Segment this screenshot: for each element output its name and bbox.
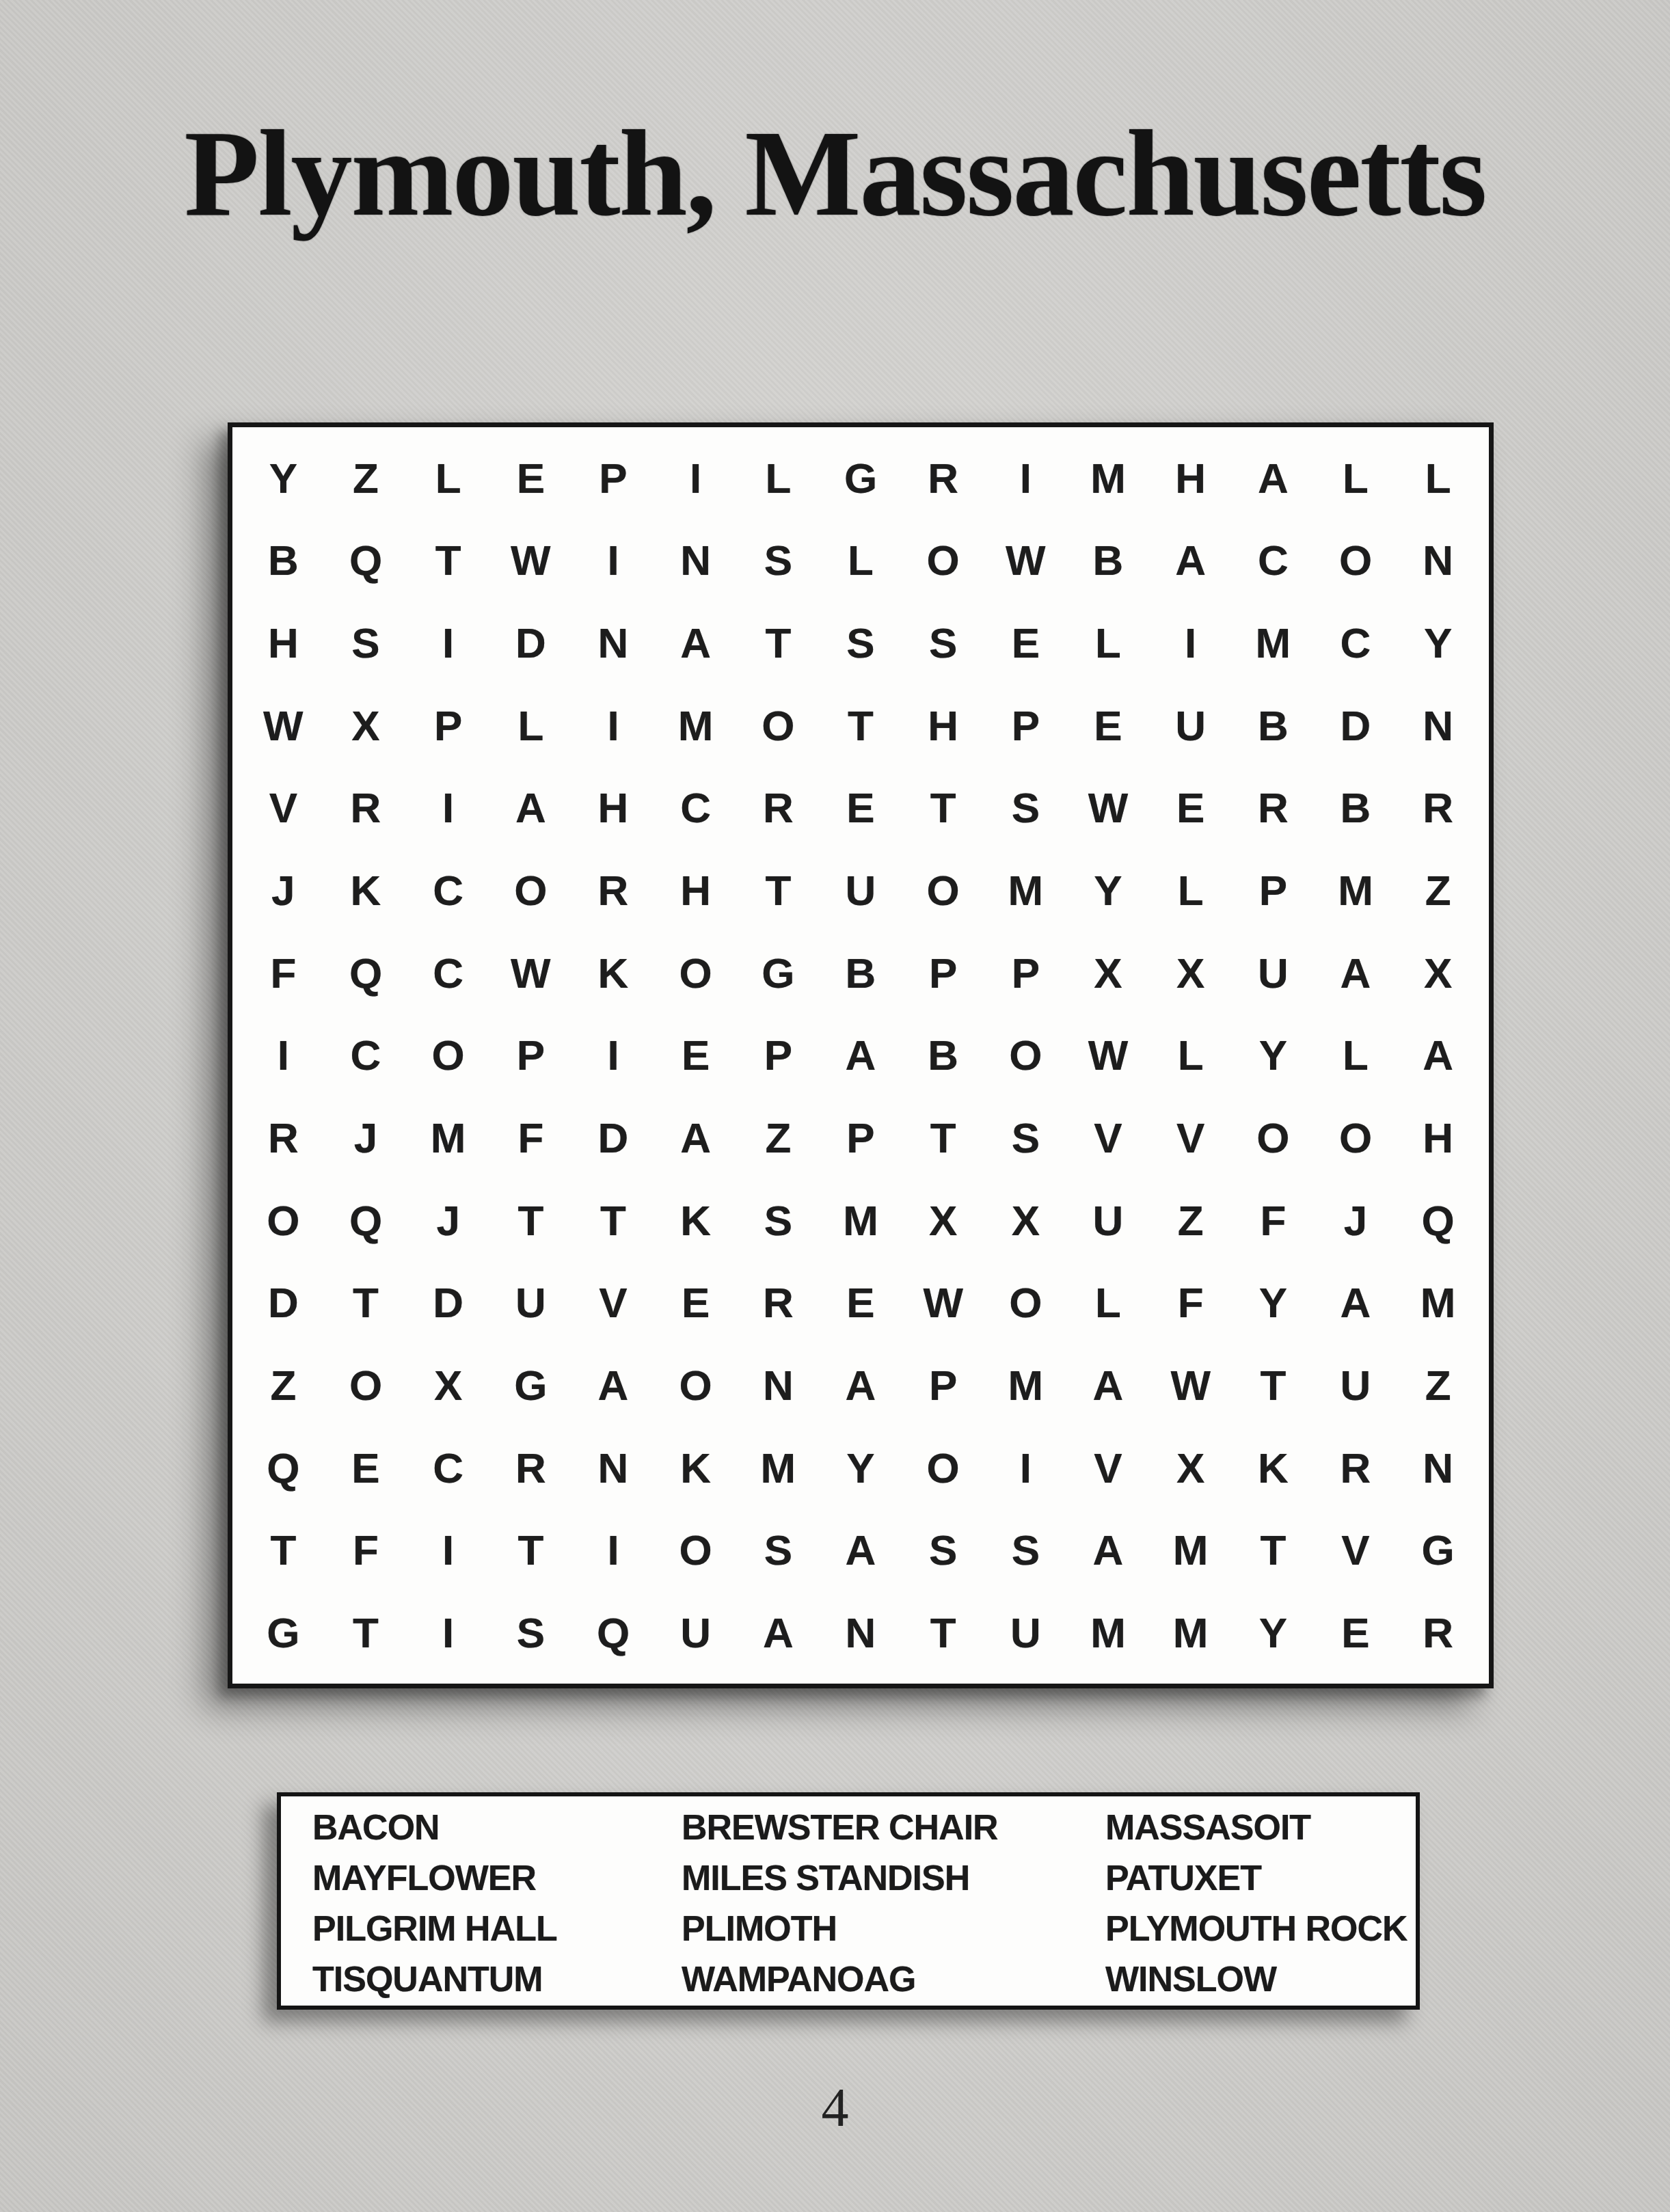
grid-cell: S xyxy=(902,602,984,684)
grid-cell: Y xyxy=(820,1427,902,1509)
grid-cell: R xyxy=(737,1262,820,1345)
grid-cell: I xyxy=(242,1014,325,1097)
grid-cell: V xyxy=(1315,1509,1397,1592)
grid-cell: V xyxy=(572,1262,655,1345)
grid-cell: U xyxy=(1232,932,1315,1014)
grid-cell: T xyxy=(325,1262,407,1345)
grid-cell: P xyxy=(572,437,655,520)
grid-cell: Y xyxy=(1232,1591,1315,1674)
grid-cell: N xyxy=(572,602,655,684)
grid-cell: F xyxy=(242,932,325,1014)
grid-cell: O xyxy=(902,520,984,602)
grid-cell: Z xyxy=(1397,849,1479,932)
grid-cell: O xyxy=(242,1179,325,1262)
grid-cell: W xyxy=(1067,767,1150,850)
grid-cell: K xyxy=(654,1179,737,1262)
grid-cell: U xyxy=(489,1262,572,1345)
grid-cell: M xyxy=(984,1344,1067,1427)
grid-cell: R xyxy=(737,767,820,850)
word-list-item: BREWSTER CHAIR xyxy=(682,1802,1105,1852)
grid-cell: F xyxy=(325,1509,407,1592)
word-list-column: BREWSTER CHAIRMILES STANDISHPLIMOTHWAMPA… xyxy=(682,1802,1105,2006)
grid-cell: E xyxy=(1149,767,1232,850)
grid-cell: O xyxy=(902,1427,984,1509)
grid-cell: B xyxy=(902,1014,984,1097)
grid-cell: T xyxy=(325,1591,407,1674)
grid-cell: U xyxy=(1067,1179,1150,1262)
grid-cell: W xyxy=(984,520,1067,602)
grid-cell: C xyxy=(1315,602,1397,684)
grid-cell: O xyxy=(654,932,737,1014)
grid-cell: U xyxy=(984,1591,1067,1674)
grid-cell: L xyxy=(1315,437,1397,520)
grid-cell: K xyxy=(1232,1427,1315,1509)
grid-cell: X xyxy=(984,1179,1067,1262)
grid-cell: A xyxy=(737,1591,820,1674)
grid-cell: S xyxy=(737,1509,820,1592)
grid-cell: C xyxy=(654,767,737,850)
grid-cell: A xyxy=(1067,1509,1150,1592)
grid-cell: T xyxy=(737,602,820,684)
grid-cell: O xyxy=(489,849,572,932)
grid-cell: P xyxy=(820,1096,902,1179)
grid-cell: S xyxy=(325,602,407,684)
grid-cell: N xyxy=(737,1344,820,1427)
page-number: 4 xyxy=(0,2077,1670,2139)
grid-cell: O xyxy=(984,1262,1067,1345)
grid-cell: A xyxy=(654,602,737,684)
grid-cell: T xyxy=(1232,1344,1315,1427)
grid-cell: D xyxy=(242,1262,325,1345)
grid-cell: X xyxy=(407,1344,489,1427)
grid-cell: R xyxy=(489,1427,572,1509)
grid-cell: V xyxy=(242,767,325,850)
grid-cell: P xyxy=(902,1344,984,1427)
grid-cell: T xyxy=(1232,1509,1315,1592)
grid-cell: Y xyxy=(242,437,325,520)
grid-cell: V xyxy=(1149,1096,1232,1179)
grid-cell: C xyxy=(407,849,489,932)
grid-cell: U xyxy=(1315,1344,1397,1427)
grid-cell: X xyxy=(1149,1427,1232,1509)
grid-cell: G xyxy=(1397,1509,1479,1592)
grid-cell: W xyxy=(489,520,572,602)
grid-cell: I xyxy=(1149,602,1232,684)
grid-cell: Y xyxy=(1232,1262,1315,1345)
grid-cell: I xyxy=(407,767,489,850)
grid-cell: C xyxy=(325,1014,407,1097)
grid-cell: N xyxy=(1397,520,1479,602)
grid-cell: A xyxy=(1149,520,1232,602)
grid-cell: P xyxy=(902,932,984,1014)
grid-cell: R xyxy=(1232,767,1315,850)
grid-cell: G xyxy=(242,1591,325,1674)
grid-cell: W xyxy=(1149,1344,1232,1427)
grid-cell: I xyxy=(572,1014,655,1097)
grid-cell: E xyxy=(820,1262,902,1345)
grid-cell: T xyxy=(902,1591,984,1674)
grid-cell: M xyxy=(1315,849,1397,932)
grid-cell: Z xyxy=(737,1096,820,1179)
grid-cell: S xyxy=(902,1509,984,1592)
grid-cell: T xyxy=(489,1179,572,1262)
grid-cell: P xyxy=(737,1014,820,1097)
grid-cell: E xyxy=(984,602,1067,684)
grid-cell: R xyxy=(902,437,984,520)
grid-cell: N xyxy=(572,1427,655,1509)
grid-cell: T xyxy=(242,1509,325,1592)
word-list-item: PATUXET xyxy=(1105,1852,1416,1903)
grid-cell: J xyxy=(407,1179,489,1262)
word-list-item: TISQUANTUM xyxy=(312,1954,682,2004)
grid-cell: T xyxy=(902,767,984,850)
grid-cell: D xyxy=(572,1096,655,1179)
grid-cell: Q xyxy=(325,1179,407,1262)
grid-cell: S xyxy=(984,1096,1067,1179)
grid-cell: T xyxy=(902,1096,984,1179)
grid-cell: L xyxy=(489,684,572,767)
grid-cell: Q xyxy=(242,1427,325,1509)
grid-cell: Z xyxy=(1149,1179,1232,1262)
grid-cell: R xyxy=(572,849,655,932)
grid-cell: U xyxy=(654,1591,737,1674)
grid-cell: X xyxy=(1397,932,1479,1014)
grid-cell: P xyxy=(407,684,489,767)
grid-cell: A xyxy=(654,1096,737,1179)
word-list-item: WINSLOW xyxy=(1105,1954,1416,2004)
grid-cell: F xyxy=(489,1096,572,1179)
grid-cell: E xyxy=(325,1427,407,1509)
grid-cell: E xyxy=(654,1262,737,1345)
grid-cell: T xyxy=(572,1179,655,1262)
grid-cell: O xyxy=(325,1344,407,1427)
grid-cell: A xyxy=(489,767,572,850)
grid-cell: D xyxy=(407,1262,489,1345)
grid-cell: O xyxy=(737,684,820,767)
grid-cell: G xyxy=(737,932,820,1014)
grid-cell: U xyxy=(820,849,902,932)
grid-cell: N xyxy=(820,1591,902,1674)
grid-cell: O xyxy=(407,1014,489,1097)
grid-cell: F xyxy=(1232,1179,1315,1262)
grid-cell: Q xyxy=(1397,1179,1479,1262)
word-list-item: BACON xyxy=(312,1802,682,1852)
grid-cell: X xyxy=(325,684,407,767)
grid-cell: M xyxy=(1067,1591,1150,1674)
grid-cell: R xyxy=(1397,767,1479,850)
grid-cell: A xyxy=(1315,1262,1397,1345)
grid-cell: S xyxy=(820,602,902,684)
grid-cell: N xyxy=(1397,684,1479,767)
grid-cell: F xyxy=(1149,1262,1232,1345)
grid-cell: L xyxy=(1149,849,1232,932)
grid-cell: I xyxy=(654,437,737,520)
grid-cell: Y xyxy=(1397,602,1479,684)
word-list-item: PLYMOUTH ROCK xyxy=(1105,1903,1416,1954)
puzzle-title: Plymouth, Massachusetts xyxy=(0,103,1670,244)
grid-cell: I xyxy=(984,437,1067,520)
grid-cell: I xyxy=(407,602,489,684)
grid-cell: S xyxy=(737,1179,820,1262)
grid-cell: S xyxy=(984,767,1067,850)
word-list: BACONMAYFLOWERPILGRIM HALLTISQUANTUMBREW… xyxy=(277,1792,1420,2010)
grid-cell: J xyxy=(1315,1179,1397,1262)
grid-cell: L xyxy=(407,437,489,520)
grid-cell: E xyxy=(820,767,902,850)
grid-cell: X xyxy=(902,1179,984,1262)
grid-cell: T xyxy=(737,849,820,932)
grid-cell: E xyxy=(654,1014,737,1097)
grid-cell: B xyxy=(242,520,325,602)
grid-cell: X xyxy=(1067,932,1150,1014)
grid-cell: M xyxy=(1149,1509,1232,1592)
grid-cell: Y xyxy=(1067,849,1150,932)
word-list-column: MASSASOITPATUXETPLYMOUTH ROCKWINSLOW xyxy=(1105,1802,1416,2006)
grid-cell: B xyxy=(1232,684,1315,767)
grid-cell: K xyxy=(654,1427,737,1509)
grid-cell: H xyxy=(242,602,325,684)
grid-cell: M xyxy=(820,1179,902,1262)
grid-cell: O xyxy=(1232,1096,1315,1179)
grid-cell: D xyxy=(1315,684,1397,767)
grid-cell: B xyxy=(1315,767,1397,850)
grid-cell: H xyxy=(902,684,984,767)
grid-cell: C xyxy=(407,932,489,1014)
grid-cell: J xyxy=(325,1096,407,1179)
grid-cell: M xyxy=(1067,437,1150,520)
grid-cell: T xyxy=(820,684,902,767)
grid-cell: S xyxy=(489,1591,572,1674)
grid-cell: A xyxy=(820,1509,902,1592)
grid-cell: T xyxy=(489,1509,572,1592)
grid-cell: M xyxy=(1232,602,1315,684)
grid-cell: L xyxy=(1149,1014,1232,1097)
grid-cell: K xyxy=(325,849,407,932)
grid-cell: L xyxy=(1397,437,1479,520)
grid-cell: A xyxy=(1232,437,1315,520)
grid-cell: L xyxy=(737,437,820,520)
word-list-item: PLIMOTH xyxy=(682,1903,1105,1954)
grid-cell: I xyxy=(572,1509,655,1592)
grid-cell: A xyxy=(572,1344,655,1427)
grid-cell: H xyxy=(1149,437,1232,520)
grid-cell: O xyxy=(902,849,984,932)
grid-cell: W xyxy=(902,1262,984,1345)
grid-cell: W xyxy=(489,932,572,1014)
grid-cell: A xyxy=(820,1344,902,1427)
grid-cell: Q xyxy=(572,1591,655,1674)
grid-cell: Q xyxy=(325,932,407,1014)
grid-cell: E xyxy=(1067,684,1150,767)
grid-cell: X xyxy=(1149,932,1232,1014)
grid-cell: G xyxy=(820,437,902,520)
grid-cell: M xyxy=(407,1096,489,1179)
grid-cell: M xyxy=(737,1427,820,1509)
grid-cell: R xyxy=(325,767,407,850)
grid-cell: K xyxy=(572,932,655,1014)
scanned-puzzle-page: Plymouth, Massachusetts YZLEPILGRIMHALLB… xyxy=(0,0,1670,2212)
grid-cell: A xyxy=(820,1014,902,1097)
grid-cell: W xyxy=(1067,1014,1150,1097)
grid-cell: H xyxy=(572,767,655,850)
grid-cell: V xyxy=(1067,1096,1150,1179)
grid-cell: Z xyxy=(242,1344,325,1427)
grid-cell: M xyxy=(1397,1262,1479,1345)
grid-cell: T xyxy=(407,520,489,602)
grid-cell: L xyxy=(1067,602,1150,684)
word-list-item: MILES STANDISH xyxy=(682,1852,1105,1903)
grid-cell: Q xyxy=(325,520,407,602)
grid-cell: P xyxy=(984,932,1067,1014)
grid-cell: U xyxy=(1149,684,1232,767)
word-search-grid: YZLEPILGRIMHALLBQTWINSLOWBACONHSIDNATSSE… xyxy=(228,422,1494,1688)
grid-cell: P xyxy=(1232,849,1315,932)
grid-cell: L xyxy=(1067,1262,1150,1345)
grid-cell: B xyxy=(820,932,902,1014)
grid-cell: I xyxy=(407,1509,489,1592)
word-list-item: MAYFLOWER xyxy=(312,1852,682,1903)
grid-cell: S xyxy=(984,1509,1067,1592)
grid-cell: M xyxy=(984,849,1067,932)
grid-cell: Z xyxy=(1397,1344,1479,1427)
grid-cell: O xyxy=(1315,1096,1397,1179)
grid-cell: Y xyxy=(1232,1014,1315,1097)
word-list-item: MASSASOIT xyxy=(1105,1802,1416,1852)
grid-cell: O xyxy=(984,1014,1067,1097)
grid-cell: O xyxy=(654,1344,737,1427)
grid-cell: Z xyxy=(325,437,407,520)
grid-cell: M xyxy=(1149,1591,1232,1674)
grid-cell: C xyxy=(1232,520,1315,602)
grid-cell: N xyxy=(1397,1427,1479,1509)
grid-cell: M xyxy=(654,684,737,767)
grid-cell: O xyxy=(1315,520,1397,602)
grid-cell: L xyxy=(820,520,902,602)
grid-cell: A xyxy=(1067,1344,1150,1427)
grid-cell: D xyxy=(489,602,572,684)
grid-cell: R xyxy=(1397,1591,1479,1674)
grid-cell: P xyxy=(489,1014,572,1097)
grid-cell: W xyxy=(242,684,325,767)
grid-cell: P xyxy=(984,684,1067,767)
grid-cell: I xyxy=(572,684,655,767)
word-list-item: PILGRIM HALL xyxy=(312,1903,682,1954)
grid-cell: C xyxy=(407,1427,489,1509)
grid-cell: E xyxy=(489,437,572,520)
grid-cell: H xyxy=(1397,1096,1479,1179)
grid-cell: H xyxy=(654,849,737,932)
grid-cell: R xyxy=(242,1096,325,1179)
grid-cell: J xyxy=(242,849,325,932)
grid-cell: I xyxy=(572,520,655,602)
grid-cell: L xyxy=(1315,1014,1397,1097)
word-list-column: BACONMAYFLOWERPILGRIM HALLTISQUANTUM xyxy=(312,1802,682,2006)
grid-cell: A xyxy=(1315,932,1397,1014)
grid-cell: B xyxy=(1067,520,1150,602)
grid-cell: A xyxy=(1397,1014,1479,1097)
grid-cell: E xyxy=(1315,1591,1397,1674)
word-list-item: WAMPANOAG xyxy=(682,1954,1105,2004)
grid-cell: S xyxy=(737,520,820,602)
grid-cell: G xyxy=(489,1344,572,1427)
grid-cell: N xyxy=(654,520,737,602)
grid-cell: O xyxy=(654,1509,737,1592)
grid-cell: R xyxy=(1315,1427,1397,1509)
grid-cell: I xyxy=(984,1427,1067,1509)
grid-cell: V xyxy=(1067,1427,1150,1509)
grid-cell: I xyxy=(407,1591,489,1674)
